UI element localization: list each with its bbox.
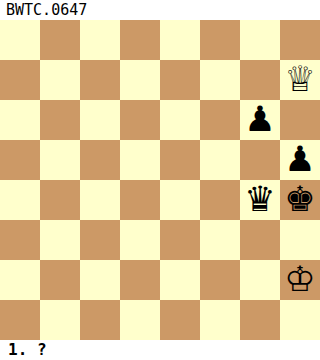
- square-a8[interactable]: [0, 20, 40, 60]
- square-h3[interactable]: [280, 220, 320, 260]
- square-h6[interactable]: [280, 100, 320, 140]
- white-queen[interactable]: ♕: [284, 59, 315, 99]
- square-b3[interactable]: [40, 220, 80, 260]
- move-prompt: 1. ?: [8, 340, 47, 360]
- square-d6[interactable]: [120, 100, 160, 140]
- black-pawn[interactable]: ♟: [284, 139, 315, 179]
- square-a4[interactable]: [0, 180, 40, 220]
- square-b2[interactable]: [40, 260, 80, 300]
- square-c1[interactable]: [80, 300, 120, 340]
- square-f4[interactable]: [200, 180, 240, 220]
- square-c3[interactable]: [80, 220, 120, 260]
- square-b4[interactable]: [40, 180, 80, 220]
- square-c7[interactable]: [80, 60, 120, 100]
- square-a6[interactable]: [0, 100, 40, 140]
- diagram-header: BWTC.0647: [0, 0, 320, 20]
- square-f7[interactable]: [200, 60, 240, 100]
- square-h4[interactable]: ♚: [280, 180, 320, 220]
- square-d1[interactable]: [120, 300, 160, 340]
- square-a1[interactable]: [0, 300, 40, 340]
- square-d4[interactable]: [120, 180, 160, 220]
- square-f2[interactable]: [200, 260, 240, 300]
- diagram-title: BWTC.0647: [6, 0, 87, 20]
- square-g8[interactable]: [240, 20, 280, 60]
- square-h5[interactable]: ♟: [280, 140, 320, 180]
- square-b5[interactable]: [40, 140, 80, 180]
- chess-diagram-window: BWTC.0647 ♕♟♟♛♚♔ 1. ?: [0, 0, 320, 360]
- square-g5[interactable]: [240, 140, 280, 180]
- square-e5[interactable]: [160, 140, 200, 180]
- square-h7[interactable]: ♕: [280, 60, 320, 100]
- square-a3[interactable]: [0, 220, 40, 260]
- square-e3[interactable]: [160, 220, 200, 260]
- square-e7[interactable]: [160, 60, 200, 100]
- square-g7[interactable]: [240, 60, 280, 100]
- black-king[interactable]: ♚: [284, 179, 315, 219]
- square-g3[interactable]: [240, 220, 280, 260]
- square-e8[interactable]: [160, 20, 200, 60]
- square-e2[interactable]: [160, 260, 200, 300]
- square-g1[interactable]: [240, 300, 280, 340]
- square-f5[interactable]: [200, 140, 240, 180]
- square-e6[interactable]: [160, 100, 200, 140]
- white-king[interactable]: ♔: [284, 259, 315, 299]
- square-d2[interactable]: [120, 260, 160, 300]
- square-b6[interactable]: [40, 100, 80, 140]
- square-h2[interactable]: ♔: [280, 260, 320, 300]
- square-g2[interactable]: [240, 260, 280, 300]
- square-b8[interactable]: [40, 20, 80, 60]
- square-a5[interactable]: [0, 140, 40, 180]
- square-f3[interactable]: [200, 220, 240, 260]
- black-queen[interactable]: ♛: [244, 179, 275, 219]
- square-c6[interactable]: [80, 100, 120, 140]
- square-d7[interactable]: [120, 60, 160, 100]
- square-g6[interactable]: ♟: [240, 100, 280, 140]
- square-f8[interactable]: [200, 20, 240, 60]
- square-c4[interactable]: [80, 180, 120, 220]
- square-f1[interactable]: [200, 300, 240, 340]
- square-b7[interactable]: [40, 60, 80, 100]
- black-pawn[interactable]: ♟: [244, 99, 275, 139]
- diagram-footer: 1. ?: [0, 340, 320, 360]
- square-a7[interactable]: [0, 60, 40, 100]
- square-c2[interactable]: [80, 260, 120, 300]
- square-e1[interactable]: [160, 300, 200, 340]
- square-d8[interactable]: [120, 20, 160, 60]
- square-c8[interactable]: [80, 20, 120, 60]
- square-e4[interactable]: [160, 180, 200, 220]
- square-g4[interactable]: ♛: [240, 180, 280, 220]
- square-h8[interactable]: [280, 20, 320, 60]
- square-d5[interactable]: [120, 140, 160, 180]
- square-d3[interactable]: [120, 220, 160, 260]
- square-b1[interactable]: [40, 300, 80, 340]
- square-h1[interactable]: [280, 300, 320, 340]
- chess-board: ♕♟♟♛♚♔: [0, 20, 320, 340]
- square-f6[interactable]: [200, 100, 240, 140]
- square-a2[interactable]: [0, 260, 40, 300]
- square-c5[interactable]: [80, 140, 120, 180]
